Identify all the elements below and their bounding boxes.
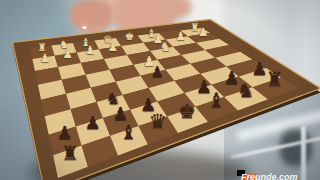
- watermark-secondary: Freunde.com: [241, 172, 298, 180]
- chess-board: [0, 0, 320, 180]
- watermark: MilfFreunde.com: [237, 170, 245, 176]
- video-frame: ♜♝♛♚♝♞♜♟♟♟♟♟♟♟♞♟♟♞♟♟♟♟♟♟♟♜♞♝♛♚♝♜ MilfFre…: [0, 0, 320, 180]
